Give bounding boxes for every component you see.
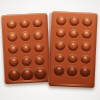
mold-pit [18,17,31,30]
mold-pit [79,52,92,65]
photo-background [0,0,100,100]
left-pit-grid [5,16,46,81]
mold-pit [54,39,67,52]
mold-pit [53,51,66,64]
mold-pit [31,29,44,42]
mold-pit [8,68,21,81]
mold-pit [78,65,91,78]
mold-pit [80,15,93,28]
mold-pit [32,41,45,54]
mold-pit [7,43,20,56]
mold-pit [54,27,67,40]
mold-pit [19,42,32,55]
mold-pit [7,55,20,68]
mold-pit [6,30,19,43]
mold-pit [20,54,33,67]
mold-pit [53,64,66,77]
mold-pit [5,17,18,30]
mold-pit [67,27,80,40]
right-mold-tray [48,11,97,88]
mold-pit [19,29,32,42]
mold-pit [33,66,46,79]
mold-pit [80,28,93,41]
right-pit-grid [53,14,94,78]
mold-pit [21,67,34,80]
mold-pit [33,54,46,67]
mold-pit [67,40,80,53]
mold-pit [66,52,79,65]
mold-pit [31,16,44,29]
mold-pit [55,14,68,27]
mold-pit [79,40,92,53]
mold-pit [68,15,81,28]
mold-pit [65,64,78,77]
left-mold-tray [1,13,51,84]
